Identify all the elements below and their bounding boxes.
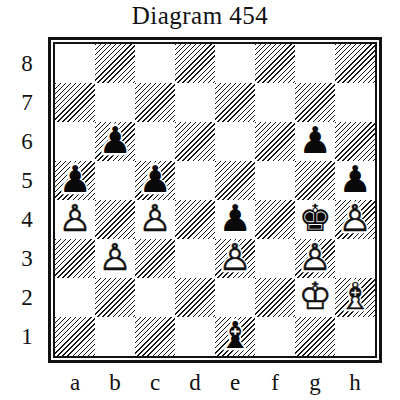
piece-glyph: ♔ — [298, 278, 331, 315]
rank-label-3: 3 — [12, 239, 42, 278]
square-b7 — [95, 83, 135, 122]
square-g2: ♚♔ — [295, 278, 335, 317]
square-b8 — [95, 44, 135, 83]
square-d8 — [175, 44, 215, 83]
square-b3: ♟♙ — [95, 239, 135, 278]
piece-black-pawn: ♟♟ — [55, 161, 95, 200]
square-g6: ♟♟ — [295, 122, 335, 161]
square-c1 — [135, 317, 175, 356]
square-a8 — [55, 44, 95, 83]
piece-white-pawn: ♟♙ — [135, 200, 175, 239]
rank-label-6: 6 — [12, 122, 42, 161]
square-e4: ♟♟ — [215, 200, 255, 239]
file-labels: abcdefgh — [55, 368, 375, 398]
diagram-title: Diagram 454 — [0, 2, 400, 30]
square-d6 — [175, 122, 215, 161]
piece-black-bishop: ♝♝ — [215, 317, 255, 356]
piece-glyph: ♟ — [338, 161, 371, 198]
square-f1 — [255, 317, 295, 356]
square-e2 — [215, 278, 255, 317]
square-f2 — [255, 278, 295, 317]
piece-black-pawn: ♟♟ — [215, 200, 255, 239]
square-b1 — [95, 317, 135, 356]
square-f7 — [255, 83, 295, 122]
piece-white-pawn: ♟♙ — [215, 239, 255, 278]
piece-glyph: ♙ — [138, 200, 171, 237]
piece-glyph: ♚ — [298, 200, 331, 237]
square-b5 — [95, 161, 135, 200]
square-h5: ♟♟ — [335, 161, 375, 200]
piece-white-pawn: ♟♙ — [55, 200, 95, 239]
piece-black-pawn: ♟♟ — [335, 161, 375, 200]
square-h2: ♝♗ — [335, 278, 375, 317]
square-f6 — [255, 122, 295, 161]
square-f3 — [255, 239, 295, 278]
square-h3 — [335, 239, 375, 278]
square-f8 — [255, 44, 295, 83]
square-a1 — [55, 317, 95, 356]
piece-glyph: ♙ — [298, 239, 331, 276]
piece-white-bishop: ♝♗ — [335, 278, 375, 317]
square-c3 — [135, 239, 175, 278]
rank-label-1: 1 — [12, 317, 42, 356]
rank-label-5: 5 — [12, 161, 42, 200]
square-d3 — [175, 239, 215, 278]
square-c2 — [135, 278, 175, 317]
square-e7 — [215, 83, 255, 122]
square-e5 — [215, 161, 255, 200]
rank-label-8: 8 — [12, 44, 42, 83]
square-e1: ♝♝ — [215, 317, 255, 356]
piece-glyph: ♙ — [58, 200, 91, 237]
piece-black-pawn: ♟♟ — [295, 122, 335, 161]
square-d2 — [175, 278, 215, 317]
piece-glyph: ♙ — [338, 200, 371, 237]
square-f4 — [255, 200, 295, 239]
square-g4: ♚♚ — [295, 200, 335, 239]
square-c4: ♟♙ — [135, 200, 175, 239]
square-h1 — [335, 317, 375, 356]
square-g5 — [295, 161, 335, 200]
piece-black-king: ♚♚ — [295, 200, 335, 239]
piece-white-pawn: ♟♙ — [95, 239, 135, 278]
square-d5 — [175, 161, 215, 200]
rank-labels: 87654321 — [12, 44, 42, 356]
piece-glyph: ♝ — [218, 317, 251, 354]
board-inner-border: ♟♟♟♟♟♟♟♟♟♟♟♙♟♙♟♟♚♚♟♙♟♙♟♙♟♙♚♔♝♗♝♝ — [53, 42, 377, 358]
piece-glyph: ♟ — [58, 161, 91, 198]
square-c7 — [135, 83, 175, 122]
file-label-d: d — [175, 368, 215, 398]
square-g7 — [295, 83, 335, 122]
piece-black-pawn: ♟♟ — [135, 161, 175, 200]
piece-white-king: ♚♔ — [295, 278, 335, 317]
file-label-c: c — [135, 368, 175, 398]
square-c6 — [135, 122, 175, 161]
square-d4 — [175, 200, 215, 239]
square-h8 — [335, 44, 375, 83]
piece-glyph: ♟ — [98, 122, 131, 159]
piece-glyph: ♙ — [218, 239, 251, 276]
board-grid: ♟♟♟♟♟♟♟♟♟♟♟♙♟♙♟♟♚♚♟♙♟♙♟♙♟♙♚♔♝♗♝♝ — [55, 44, 375, 356]
chess-diagram-page: Diagram 454 87654321 ♟♟♟♟♟♟♟♟♟♟♟♙♟♙♟♟♚♚♟… — [0, 0, 400, 400]
square-f5 — [255, 161, 295, 200]
piece-white-pawn: ♟♙ — [295, 239, 335, 278]
square-d7 — [175, 83, 215, 122]
piece-glyph: ♗ — [338, 278, 371, 315]
rank-label-4: 4 — [12, 200, 42, 239]
square-a7 — [55, 83, 95, 122]
piece-glyph: ♟ — [298, 122, 331, 159]
piece-glyph: ♟ — [138, 161, 171, 198]
square-g3: ♟♙ — [295, 239, 335, 278]
square-b6: ♟♟ — [95, 122, 135, 161]
file-label-f: f — [255, 368, 295, 398]
square-d1 — [175, 317, 215, 356]
square-h7 — [335, 83, 375, 122]
rank-label-2: 2 — [12, 278, 42, 317]
board-frame: ♟♟♟♟♟♟♟♟♟♟♟♙♟♙♟♟♚♚♟♙♟♙♟♙♟♙♚♔♝♗♝♝ — [48, 37, 382, 363]
file-label-h: h — [335, 368, 375, 398]
square-e6 — [215, 122, 255, 161]
piece-black-pawn: ♟♟ — [95, 122, 135, 161]
square-h4: ♟♙ — [335, 200, 375, 239]
file-label-a: a — [55, 368, 95, 398]
rank-label-7: 7 — [12, 83, 42, 122]
file-label-b: b — [95, 368, 135, 398]
square-g1 — [295, 317, 335, 356]
square-h6 — [335, 122, 375, 161]
piece-white-pawn: ♟♙ — [335, 200, 375, 239]
file-label-e: e — [215, 368, 255, 398]
square-b2 — [95, 278, 135, 317]
square-a2 — [55, 278, 95, 317]
square-g8 — [295, 44, 335, 83]
square-c5: ♟♟ — [135, 161, 175, 200]
square-e8 — [215, 44, 255, 83]
square-a5: ♟♟ — [55, 161, 95, 200]
piece-glyph: ♟ — [218, 200, 251, 237]
square-a4: ♟♙ — [55, 200, 95, 239]
square-a6 — [55, 122, 95, 161]
square-b4 — [95, 200, 135, 239]
square-c8 — [135, 44, 175, 83]
square-e3: ♟♙ — [215, 239, 255, 278]
piece-glyph: ♙ — [98, 239, 131, 276]
file-label-g: g — [295, 368, 335, 398]
square-a3 — [55, 239, 95, 278]
